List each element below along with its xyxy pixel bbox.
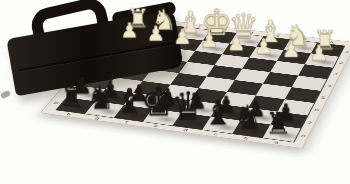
piece-black-queen-d8: ♛︎: [170, 87, 204, 125]
cell-b5: [255, 83, 291, 99]
cell-d6: [189, 88, 226, 104]
cell-h4: [97, 51, 133, 65]
cell-g2: ♟︎: [141, 34, 176, 48]
cell-b3: [269, 60, 304, 75]
cell-d5: [198, 76, 234, 91]
piece-white-bishop-f1: ♝︎: [176, 7, 203, 37]
piece-white-pawn-b2: ♟︎: [281, 39, 300, 61]
cell-f1: ♝︎: [176, 27, 210, 40]
cell-c6: [218, 91, 255, 107]
cell-h5: [87, 62, 124, 77]
cell-c5: [226, 80, 262, 95]
cell-g3: [133, 44, 168, 58]
cell-b2: ♟︎: [276, 50, 310, 64]
cell-d1: ♛︎: [229, 33, 263, 47]
piece-black-pawn-d7: ♟︎: [186, 90, 207, 113]
cell-g1: ♞︎: [150, 24, 184, 37]
chess-pieces-layer: ♜︎♞︎♝︎♚︎♛︎♝︎♞︎♜︎♟︎♟︎♟︎♟︎♟︎♟︎♟︎♟︎♟︎♟︎♟︎♟︎…: [40, 15, 350, 148]
cell-f4: [151, 58, 187, 73]
cell-b4: [262, 72, 297, 87]
piece-black-rook-h8: ♜︎: [59, 82, 84, 110]
cell-a1: ♜︎: [310, 42, 343, 56]
piece-black-pawn-h7: ♟︎: [72, 75, 92, 98]
cell-e8: ♚︎: [142, 108, 180, 125]
piece-white-knight-g1: ♞︎: [151, 6, 176, 34]
cell-b1: ♞︎: [283, 39, 316, 53]
piece-white-queen-d1: ♛︎: [228, 9, 259, 43]
piece-black-bishop-c8: ♝︎: [202, 95, 233, 129]
piece-black-pawn-f7: ♟︎: [128, 82, 149, 105]
cell-d4: [206, 65, 241, 80]
cell-c1: ♝︎: [256, 36, 290, 50]
piece-black-rook-a8: ♜︎: [265, 108, 291, 137]
cell-f2: ♟︎: [168, 37, 202, 51]
cell-h3: [106, 41, 141, 55]
cell-e1: ♚︎: [202, 30, 236, 43]
cell-f3: [159, 47, 194, 61]
board-scene-over: ♜︎♞︎♝︎♚︎♛︎♝︎♞︎♜︎♟︎♟︎♟︎♟︎♟︎♟︎♟︎♟︎♟︎♟︎♟︎♟︎…: [0, 0, 350, 184]
piece-black-pawn-a7: ♟︎: [275, 101, 296, 124]
cell-f6: [133, 80, 170, 95]
cell-e6: [161, 84, 198, 100]
cell-a3: [298, 64, 332, 79]
piece-white-pawn-f2: ♟︎: [172, 27, 191, 48]
cell-g5: [114, 66, 151, 81]
piece-black-bishop-f8: ♝︎: [114, 84, 144, 118]
cell-f7: ♟︎: [123, 92, 161, 108]
cell-h1: ♜︎: [124, 21, 158, 34]
cell-b8: ♞︎: [232, 120, 270, 137]
cell-c7: ♟︎: [210, 103, 247, 119]
piece-black-pawn-g7: ♟︎: [100, 79, 120, 102]
cell-d3: [214, 54, 249, 68]
piece-white-knight-b1: ♞︎: [284, 21, 310, 50]
cell-d8: ♛︎: [172, 112, 210, 129]
piece-white-pawn-h2: ♟︎: [120, 20, 139, 41]
cell-b6: [247, 95, 284, 111]
piece-black-king-e8: ♚︎: [140, 81, 176, 121]
piece-black-knight-b8: ♞︎: [233, 101, 262, 133]
piece-white-pawn-e2: ♟︎: [199, 30, 218, 51]
cell-f5: [142, 69, 178, 84]
piece-black-knight-g8: ♞︎: [86, 82, 114, 114]
piece-white-pawn-c2: ♟︎: [254, 36, 273, 57]
cell-c2: ♟︎: [249, 46, 283, 60]
cell-a2: ♟︎: [304, 53, 338, 67]
cell-e4: [178, 61, 214, 76]
piece-white-pawn-g2: ♟︎: [146, 23, 165, 44]
piece-white-rook-h1: ♜︎: [126, 6, 149, 31]
piece-black-pawn-b7: ♟︎: [245, 97, 266, 120]
piece-white-king-e1: ♚︎: [200, 4, 232, 40]
cell-f8: ♝︎: [113, 104, 152, 121]
cell-g6: [105, 77, 142, 92]
cell-a7: ♟︎: [270, 111, 307, 128]
piece-white-rook-a1: ♜︎: [313, 27, 336, 53]
cell-h8: ♜︎: [56, 97, 95, 113]
piece-black-pawn-e7: ♟︎: [157, 86, 178, 109]
cell-g7: ♟︎: [95, 89, 133, 105]
piece-black-pawn-c7: ♟︎: [215, 93, 236, 116]
cell-c8: ♝︎: [202, 116, 240, 133]
cell-g8: ♞︎: [85, 101, 124, 117]
cell-d7: ♟︎: [181, 100, 219, 116]
cell-d2: ♟︎: [221, 43, 255, 57]
piece-white-bishop-c1: ♝︎: [256, 16, 284, 47]
piece-white-pawn-a2: ♟︎: [309, 43, 328, 65]
cell-c3: [241, 57, 276, 71]
cell-h6: [77, 73, 114, 88]
cell-a5: [284, 87, 320, 103]
cell-g4: [124, 55, 160, 69]
cell-c4: [234, 68, 269, 83]
cell-h7: ♟︎: [67, 85, 105, 101]
piece-white-pawn-d2: ♟︎: [226, 33, 245, 54]
cell-e2: ♟︎: [195, 40, 229, 54]
cell-a4: [291, 75, 326, 90]
cell-a8: ♜︎: [262, 124, 300, 141]
cell-e5: [170, 73, 206, 88]
cell-h2: ♟︎: [115, 31, 150, 44]
product-photo: hh11gg22ff33ee44dd55cc66bb77aa88 ♜︎♞︎♝︎♚…: [0, 0, 350, 184]
cell-e3: [187, 50, 222, 64]
cell-b7: ♟︎: [240, 107, 277, 124]
cell-a6: [277, 99, 313, 115]
cell-e7: ♟︎: [152, 96, 190, 112]
